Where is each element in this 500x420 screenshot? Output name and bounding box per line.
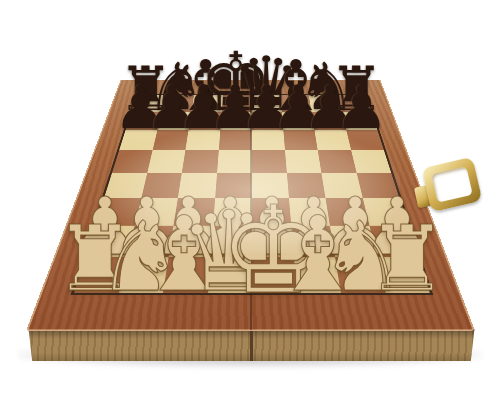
square-h6 — [346, 130, 384, 150]
square-h1 — [377, 257, 430, 293]
square-b2 — [127, 226, 174, 258]
square-h7 — [342, 112, 378, 130]
square-c5 — [182, 150, 219, 172]
square-e7 — [251, 112, 283, 130]
square-h4 — [356, 173, 399, 198]
square-d1 — [207, 257, 251, 293]
square-h3 — [362, 198, 408, 226]
square-f7 — [281, 112, 314, 130]
square-f2 — [291, 226, 335, 258]
square-b6 — [152, 130, 188, 150]
square-b1 — [118, 257, 168, 293]
box-side — [24, 329, 479, 361]
square-f6 — [283, 130, 318, 150]
square-e6 — [251, 130, 284, 150]
square-c1 — [163, 257, 210, 293]
square-c3 — [174, 198, 215, 226]
square-h8 — [337, 95, 371, 112]
board-fold-seam — [250, 82, 252, 330]
square-e1 — [252, 257, 297, 293]
square-b4 — [141, 173, 182, 198]
square-f8 — [280, 95, 311, 112]
square-f4 — [286, 173, 325, 198]
square-g8 — [309, 95, 342, 112]
square-b5 — [147, 150, 185, 172]
square-g5 — [318, 150, 357, 172]
square-d7 — [220, 112, 251, 130]
brass-clasp — [422, 157, 483, 213]
square-e3 — [252, 198, 291, 226]
square-g7 — [311, 112, 345, 130]
square-e5 — [252, 150, 287, 172]
square-f1 — [293, 257, 340, 293]
square-a6 — [119, 130, 157, 150]
square-c7 — [189, 112, 222, 130]
square-f5 — [285, 150, 322, 172]
square-d4 — [215, 173, 252, 198]
square-e2 — [252, 226, 294, 258]
square-d6 — [218, 130, 251, 150]
square-a8 — [131, 95, 165, 112]
square-c8 — [191, 95, 222, 112]
square-b7 — [157, 112, 191, 130]
square-d5 — [217, 150, 252, 172]
square-d2 — [210, 226, 252, 258]
square-d3 — [213, 198, 252, 226]
square-g6 — [314, 130, 350, 150]
square-c2 — [169, 226, 213, 258]
square-d8 — [221, 95, 251, 112]
square-b3 — [134, 198, 177, 226]
square-a7 — [126, 112, 162, 130]
square-h5 — [351, 150, 391, 172]
chess-set-photo: ♜♞♝♚♛♝♞♜♟♟♟♟♟♟♟♟♟♟♟♟♟♟♟♟♜♞♝♛♚♝♞♜ — [0, 0, 500, 420]
square-b8 — [161, 95, 194, 112]
square-e8 — [251, 95, 281, 112]
square-h2 — [369, 226, 418, 258]
square-g4 — [321, 173, 362, 198]
clasp-hole — [431, 166, 473, 202]
square-f3 — [289, 198, 330, 226]
square-c4 — [178, 173, 217, 198]
box-fold-seam — [250, 331, 253, 361]
square-a5 — [112, 150, 152, 172]
square-e4 — [252, 173, 289, 198]
square-a3 — [95, 198, 141, 226]
square-c6 — [185, 130, 220, 150]
square-a4 — [104, 173, 147, 198]
